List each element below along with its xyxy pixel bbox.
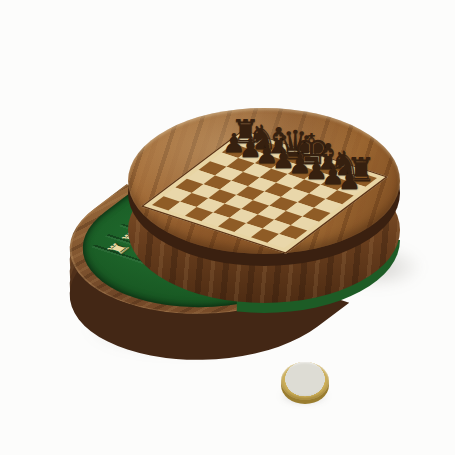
chess-piece-p: ♟: [338, 167, 361, 193]
euro-coin: [281, 362, 329, 400]
product-photo: ♟♟♟♟♟♟♟♟♜♞♝♛♜♞♝♚ ♜♞♝♛♚♝♞♜♟♟♟♟♟♟♟♟: [0, 0, 455, 455]
coin-face: [281, 362, 329, 400]
